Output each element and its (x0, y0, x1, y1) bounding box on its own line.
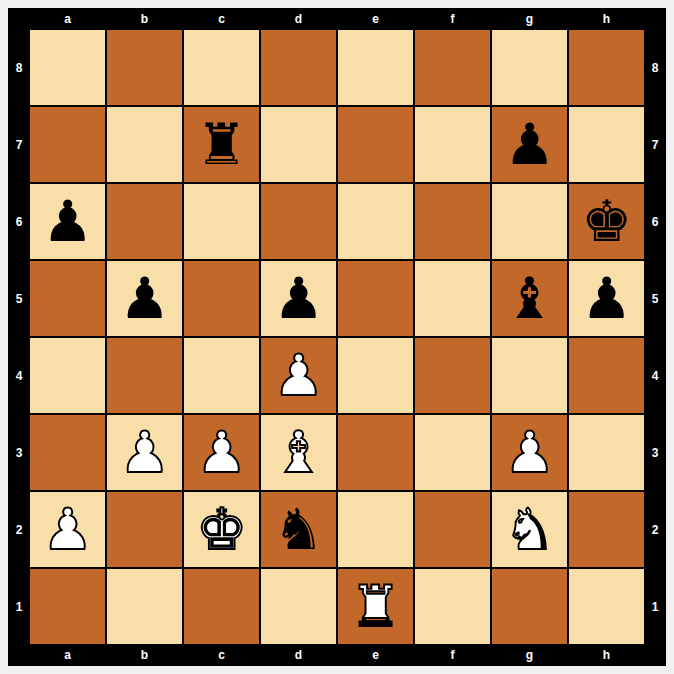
square-g1[interactable] (492, 569, 567, 644)
piece-white-pawn[interactable]: ♟ (504, 415, 555, 490)
piece-white-pawn[interactable]: ♟ (273, 338, 324, 413)
file-label-e-bottom: e (338, 644, 413, 666)
square-g3[interactable]: ♟ (492, 415, 567, 490)
square-a5[interactable] (30, 261, 105, 336)
file-label-a-bottom: a (30, 644, 105, 666)
square-g5[interactable]: ♝ (492, 261, 567, 336)
piece-black-pawn[interactable]: ♟ (42, 184, 93, 259)
file-labels-bottom: abcdefgh (30, 644, 644, 666)
board-frame: abcdefgh 87654321 ♜♟♟♚♟♟♝♟♟♟♟♝♟♟♚♞♞♜ 876… (8, 8, 666, 666)
square-d5[interactable]: ♟ (261, 261, 336, 336)
rank-label-2-left: 2 (8, 492, 30, 567)
square-f5[interactable] (415, 261, 490, 336)
square-h4[interactable] (569, 338, 644, 413)
square-a3[interactable] (30, 415, 105, 490)
square-f6[interactable] (415, 184, 490, 259)
square-f1[interactable] (415, 569, 490, 644)
square-f2[interactable] (415, 492, 490, 567)
square-a1[interactable] (30, 569, 105, 644)
file-label-g-top: g (492, 8, 567, 30)
square-c6[interactable] (184, 184, 259, 259)
square-b3[interactable]: ♟ (107, 415, 182, 490)
square-c1[interactable] (184, 569, 259, 644)
square-d8[interactable] (261, 30, 336, 105)
square-e6[interactable] (338, 184, 413, 259)
square-b4[interactable] (107, 338, 182, 413)
square-e8[interactable] (338, 30, 413, 105)
square-e7[interactable] (338, 107, 413, 182)
file-label-d-bottom: d (261, 644, 336, 666)
square-c2[interactable]: ♚ (184, 492, 259, 567)
file-label-c-top: c (184, 8, 259, 30)
square-c7[interactable]: ♜ (184, 107, 259, 182)
square-b7[interactable] (107, 107, 182, 182)
square-h2[interactable] (569, 492, 644, 567)
piece-black-pawn[interactable]: ♟ (119, 261, 170, 336)
file-label-b-top: b (107, 8, 182, 30)
frame-corner-bottom-left (8, 644, 30, 666)
square-e5[interactable] (338, 261, 413, 336)
file-label-h-top: h (569, 8, 644, 30)
square-a7[interactable] (30, 107, 105, 182)
square-a2[interactable]: ♟ (30, 492, 105, 567)
square-g6[interactable] (492, 184, 567, 259)
square-h5[interactable]: ♟ (569, 261, 644, 336)
rank-label-3-right: 3 (644, 415, 666, 490)
square-h6[interactable]: ♚ (569, 184, 644, 259)
square-e4[interactable] (338, 338, 413, 413)
rank-label-8-right: 8 (644, 30, 666, 105)
file-label-c-bottom: c (184, 644, 259, 666)
rank-label-4-right: 4 (644, 338, 666, 413)
rank-label-1-left: 1 (8, 569, 30, 644)
piece-black-pawn[interactable]: ♟ (581, 261, 632, 336)
square-g7[interactable]: ♟ (492, 107, 567, 182)
square-d4[interactable]: ♟ (261, 338, 336, 413)
square-h7[interactable] (569, 107, 644, 182)
file-label-e-top: e (338, 8, 413, 30)
square-d2[interactable]: ♞ (261, 492, 336, 567)
file-label-a-top: a (30, 8, 105, 30)
square-e1[interactable]: ♜ (338, 569, 413, 644)
file-label-g-bottom: g (492, 644, 567, 666)
square-c4[interactable] (184, 338, 259, 413)
rank-label-7-right: 7 (644, 107, 666, 182)
square-h3[interactable] (569, 415, 644, 490)
rank-label-4-left: 4 (8, 338, 30, 413)
square-b6[interactable] (107, 184, 182, 259)
square-e2[interactable] (338, 492, 413, 567)
piece-black-knight[interactable]: ♞ (273, 492, 324, 567)
square-c8[interactable] (184, 30, 259, 105)
rank-label-5-right: 5 (644, 261, 666, 336)
piece-black-bishop[interactable]: ♝ (504, 261, 555, 336)
piece-white-knight[interactable]: ♞ (504, 492, 555, 567)
square-d6[interactable] (261, 184, 336, 259)
square-f4[interactable] (415, 338, 490, 413)
piece-black-pawn[interactable]: ♟ (273, 261, 324, 336)
square-a4[interactable] (30, 338, 105, 413)
chess-board: ♜♟♟♚♟♟♝♟♟♟♟♝♟♟♚♞♞♜ (30, 30, 644, 644)
square-e3[interactable] (338, 415, 413, 490)
square-a6[interactable]: ♟ (30, 184, 105, 259)
file-labels-top: abcdefgh (30, 8, 644, 30)
piece-black-king[interactable]: ♚ (581, 184, 632, 259)
piece-white-pawn[interactable]: ♟ (196, 415, 247, 490)
file-label-f-bottom: f (415, 644, 490, 666)
frame-corner-bottom-right (644, 644, 666, 666)
square-f3[interactable] (415, 415, 490, 490)
rank-label-6-right: 6 (644, 184, 666, 259)
frame-corner-top-left (8, 8, 30, 30)
piece-white-rook[interactable]: ♜ (350, 569, 401, 644)
file-label-h-bottom: h (569, 644, 644, 666)
file-label-b-bottom: b (107, 644, 182, 666)
rank-label-5-left: 5 (8, 261, 30, 336)
square-f7[interactable] (415, 107, 490, 182)
piece-white-pawn[interactable]: ♟ (42, 492, 93, 567)
square-g8[interactable] (492, 30, 567, 105)
piece-white-pawn[interactable]: ♟ (119, 415, 170, 490)
square-d1[interactable] (261, 569, 336, 644)
square-c3[interactable]: ♟ (184, 415, 259, 490)
rank-label-6-left: 6 (8, 184, 30, 259)
piece-black-pawn[interactable]: ♟ (504, 107, 555, 182)
square-h8[interactable] (569, 30, 644, 105)
square-b1[interactable] (107, 569, 182, 644)
piece-white-bishop[interactable]: ♝ (273, 415, 324, 490)
square-b5[interactable]: ♟ (107, 261, 182, 336)
square-b2[interactable] (107, 492, 182, 567)
square-d3[interactable]: ♝ (261, 415, 336, 490)
square-g2[interactable]: ♞ (492, 492, 567, 567)
rank-label-8-left: 8 (8, 30, 30, 105)
square-g4[interactable] (492, 338, 567, 413)
square-b8[interactable] (107, 30, 182, 105)
rank-label-1-right: 1 (644, 569, 666, 644)
rank-labels-right: 87654321 (644, 30, 666, 644)
rank-label-2-right: 2 (644, 492, 666, 567)
piece-black-rook[interactable]: ♜ (196, 107, 247, 182)
square-h1[interactable] (569, 569, 644, 644)
piece-white-king[interactable]: ♚ (196, 492, 247, 567)
square-d7[interactable] (261, 107, 336, 182)
file-label-d-top: d (261, 8, 336, 30)
frame-corner-top-right (644, 8, 666, 30)
square-c5[interactable] (184, 261, 259, 336)
square-f8[interactable] (415, 30, 490, 105)
rank-label-7-left: 7 (8, 107, 30, 182)
rank-label-3-left: 3 (8, 415, 30, 490)
file-label-f-top: f (415, 8, 490, 30)
square-a8[interactable] (30, 30, 105, 105)
rank-labels-left: 87654321 (8, 30, 30, 644)
